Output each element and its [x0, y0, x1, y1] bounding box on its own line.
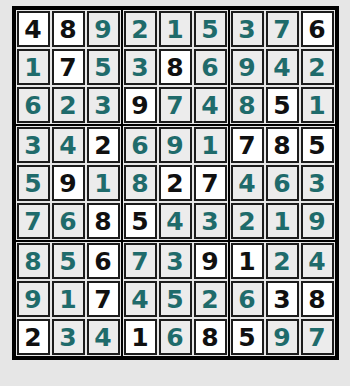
sudoku-cell-r6c1[interactable]: 7: [17, 203, 50, 239]
sudoku-cell-r5c9[interactable]: 3: [301, 165, 334, 201]
sudoku-cell-r1c1: 4: [17, 11, 50, 47]
sudoku-cell-r2c7[interactable]: 9: [231, 49, 264, 85]
sudoku-cell-r9c2[interactable]: 3: [52, 319, 85, 355]
sudoku-cell-r5c3[interactable]: 1: [87, 165, 120, 201]
sudoku-box-r2c2: 691827543: [122, 125, 229, 241]
sudoku-cell-r1c5[interactable]: 1: [159, 11, 192, 47]
sudoku-cell-r1c8[interactable]: 7: [266, 11, 299, 47]
sudoku-cell-r3c5[interactable]: 7: [159, 87, 192, 123]
sudoku-cell-r7c7: 1: [231, 243, 264, 279]
sudoku-cell-r9c6: 8: [194, 319, 227, 355]
sudoku-cell-r7c2[interactable]: 5: [52, 243, 85, 279]
sudoku-cell-r6c6[interactable]: 3: [194, 203, 227, 239]
sudoku-cell-r9c5[interactable]: 6: [159, 319, 192, 355]
sudoku-cell-r7c5[interactable]: 3: [159, 243, 192, 279]
sudoku-box-r2c1: 342591768: [15, 125, 122, 241]
page-background: 4891756232153869743769428513425917686918…: [0, 0, 350, 386]
sudoku-cell-r2c3[interactable]: 5: [87, 49, 120, 85]
sudoku-box-r3c3: 124638597: [229, 241, 336, 357]
sudoku-cell-r6c5[interactable]: 4: [159, 203, 192, 239]
sudoku-cell-r5c7[interactable]: 4: [231, 165, 264, 201]
sudoku-cell-r2c1[interactable]: 1: [17, 49, 50, 85]
sudoku-cell-r4c4[interactable]: 6: [124, 127, 157, 163]
sudoku-cell-r4c3: 2: [87, 127, 120, 163]
sudoku-cell-r4c8: 8: [266, 127, 299, 163]
sudoku-cell-r3c4: 9: [124, 87, 157, 123]
sudoku-cell-r9c9[interactable]: 7: [301, 319, 334, 355]
sudoku-cell-r5c5: 2: [159, 165, 192, 201]
sudoku-cell-r8c8: 3: [266, 281, 299, 317]
sudoku-box-r2c3: 785463219: [229, 125, 336, 241]
sudoku-cell-r5c4[interactable]: 8: [124, 165, 157, 201]
sudoku-cell-r7c6: 9: [194, 243, 227, 279]
sudoku-cell-r1c2: 8: [52, 11, 85, 47]
sudoku-cell-r1c7[interactable]: 3: [231, 11, 264, 47]
sudoku-cell-r2c6[interactable]: 6: [194, 49, 227, 85]
sudoku-cell-r3c9[interactable]: 1: [301, 87, 334, 123]
sudoku-cell-r4c7: 7: [231, 127, 264, 163]
sudoku-cell-r2c5: 8: [159, 49, 192, 85]
sudoku-cell-r7c9[interactable]: 4: [301, 243, 334, 279]
sudoku-cell-r8c5[interactable]: 5: [159, 281, 192, 317]
sudoku-cell-r3c1[interactable]: 6: [17, 87, 50, 123]
sudoku-cell-r3c3[interactable]: 3: [87, 87, 120, 123]
sudoku-board: 4891756232153869743769428513425917686918…: [12, 6, 339, 360]
sudoku-cell-r4c9: 5: [301, 127, 334, 163]
sudoku-cell-r1c9: 6: [301, 11, 334, 47]
sudoku-cell-r5c8[interactable]: 6: [266, 165, 299, 201]
sudoku-cell-r3c2[interactable]: 2: [52, 87, 85, 123]
sudoku-box-r3c2: 739452168: [122, 241, 229, 357]
sudoku-box-r1c3: 376942851: [229, 9, 336, 125]
sudoku-cell-r7c8[interactable]: 2: [266, 243, 299, 279]
sudoku-cell-r8c3: 7: [87, 281, 120, 317]
sudoku-cell-r3c7[interactable]: 8: [231, 87, 264, 123]
sudoku-cell-r9c1: 2: [17, 319, 50, 355]
sudoku-cell-r8c6[interactable]: 2: [194, 281, 227, 317]
sudoku-cell-r9c8[interactable]: 9: [266, 319, 299, 355]
sudoku-cell-r2c9[interactable]: 2: [301, 49, 334, 85]
sudoku-cell-r6c7[interactable]: 2: [231, 203, 264, 239]
sudoku-cell-r8c2[interactable]: 1: [52, 281, 85, 317]
sudoku-cell-r1c4[interactable]: 2: [124, 11, 157, 47]
sudoku-cell-r6c4: 5: [124, 203, 157, 239]
sudoku-cell-r8c1[interactable]: 9: [17, 281, 50, 317]
sudoku-cell-r7c4[interactable]: 7: [124, 243, 157, 279]
sudoku-cell-r6c8[interactable]: 1: [266, 203, 299, 239]
sudoku-box-r1c2: 215386974: [122, 9, 229, 125]
sudoku-cell-r8c7[interactable]: 6: [231, 281, 264, 317]
sudoku-cell-r2c2: 7: [52, 49, 85, 85]
sudoku-cell-r9c7: 5: [231, 319, 264, 355]
sudoku-cell-r5c2: 9: [52, 165, 85, 201]
sudoku-cell-r4c6[interactable]: 1: [194, 127, 227, 163]
sudoku-cell-r7c3: 6: [87, 243, 120, 279]
sudoku-cell-r1c3[interactable]: 9: [87, 11, 120, 47]
sudoku-cell-r5c6: 7: [194, 165, 227, 201]
sudoku-cell-r9c3[interactable]: 4: [87, 319, 120, 355]
sudoku-box-r3c1: 856917234: [15, 241, 122, 357]
sudoku-cell-r9c4: 1: [124, 319, 157, 355]
sudoku-cell-r8c4[interactable]: 4: [124, 281, 157, 317]
sudoku-cell-r3c6[interactable]: 4: [194, 87, 227, 123]
sudoku-cell-r4c5[interactable]: 9: [159, 127, 192, 163]
sudoku-cell-r5c1[interactable]: 5: [17, 165, 50, 201]
sudoku-cell-r4c2[interactable]: 4: [52, 127, 85, 163]
sudoku-cell-r6c3: 8: [87, 203, 120, 239]
sudoku-cell-r4c1[interactable]: 3: [17, 127, 50, 163]
sudoku-cell-r2c4[interactable]: 3: [124, 49, 157, 85]
sudoku-box-r1c1: 489175623: [15, 9, 122, 125]
sudoku-cell-r8c9: 8: [301, 281, 334, 317]
sudoku-cell-r6c2[interactable]: 6: [52, 203, 85, 239]
sudoku-cell-r2c8[interactable]: 4: [266, 49, 299, 85]
sudoku-cell-r6c9[interactable]: 9: [301, 203, 334, 239]
sudoku-cell-r7c1[interactable]: 8: [17, 243, 50, 279]
sudoku-cell-r3c8: 5: [266, 87, 299, 123]
sudoku-cell-r1c6[interactable]: 5: [194, 11, 227, 47]
